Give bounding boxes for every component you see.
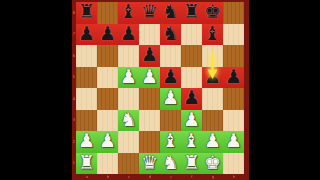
square-b5[interactable] xyxy=(97,67,118,89)
black-pawn: ♟ xyxy=(120,24,137,43)
square-a5[interactable] xyxy=(76,67,97,89)
black-pawn: ♟ xyxy=(225,67,242,86)
white-pawn: ♟ xyxy=(204,131,221,150)
chess-board[interactable]: ♜♝♛♞♜♚♟♟♟♞♝♟♟♟♟♟♟♟♟♞♟♟♟♝♝♟♟♜♛♞♜♚ xyxy=(76,2,244,174)
square-b3[interactable] xyxy=(97,110,118,132)
square-h6[interactable] xyxy=(223,45,244,67)
square-a6[interactable] xyxy=(76,45,97,67)
square-d4[interactable] xyxy=(139,88,160,110)
square-a2[interactable]: ♟ xyxy=(76,131,97,153)
square-b2[interactable]: ♟ xyxy=(97,131,118,153)
square-d5[interactable]: ♟ xyxy=(139,67,160,89)
black-knight: ♞ xyxy=(162,2,179,21)
square-e4[interactable]: ♟ xyxy=(160,88,181,110)
square-f7[interactable] xyxy=(181,24,202,46)
square-g5[interactable]: ♟ xyxy=(202,67,223,89)
white-knight: ♞ xyxy=(162,153,179,172)
white-queen: ♛ xyxy=(141,153,158,172)
file-label-f: f xyxy=(190,175,194,179)
white-bishop: ♝ xyxy=(183,131,200,150)
square-e5[interactable]: ♟ xyxy=(160,67,181,89)
white-pawn: ♟ xyxy=(183,110,200,129)
square-a3[interactable] xyxy=(76,110,97,132)
letterbox-left xyxy=(0,0,72,180)
letterbox-right xyxy=(249,0,320,180)
square-f2[interactable]: ♝ xyxy=(181,131,202,153)
square-g6[interactable] xyxy=(202,45,223,67)
square-f4[interactable]: ♟ xyxy=(181,88,202,110)
black-pawn: ♟ xyxy=(204,67,221,86)
black-king: ♚ xyxy=(204,2,221,21)
white-bishop: ♝ xyxy=(162,131,179,150)
square-c2[interactable] xyxy=(118,131,139,153)
square-a7[interactable]: ♟ xyxy=(76,24,97,46)
white-rook: ♜ xyxy=(78,153,95,172)
square-f3[interactable]: ♟ xyxy=(181,110,202,132)
square-e2[interactable]: ♝ xyxy=(160,131,181,153)
square-g4[interactable] xyxy=(202,88,223,110)
square-e3[interactable] xyxy=(160,110,181,132)
black-pawn: ♟ xyxy=(99,24,116,43)
square-c7[interactable]: ♟ xyxy=(118,24,139,46)
white-king: ♚ xyxy=(204,153,221,172)
file-label-c: c xyxy=(127,175,131,179)
chess-app-screen: ♜♝♛♞♜♚♟♟♟♞♝♟♟♟♟♟♟♟♟♞♟♟♟♝♝♟♟♜♛♞♜♚ 8765432… xyxy=(0,0,320,180)
square-h7[interactable] xyxy=(223,24,244,46)
file-label-g: g xyxy=(211,175,215,179)
square-f1[interactable]: ♜ xyxy=(181,153,202,175)
square-b1[interactable] xyxy=(97,153,118,175)
square-c5[interactable]: ♟ xyxy=(118,67,139,89)
black-queen: ♛ xyxy=(141,2,158,21)
square-d7[interactable] xyxy=(139,24,160,46)
square-g1[interactable]: ♚ xyxy=(202,153,223,175)
square-d8[interactable]: ♛ xyxy=(139,2,160,24)
square-c3[interactable]: ♞ xyxy=(118,110,139,132)
square-d6[interactable]: ♟ xyxy=(139,45,160,67)
square-a1[interactable]: ♜ xyxy=(76,153,97,175)
file-label-h: h xyxy=(232,175,236,179)
black-knight: ♞ xyxy=(162,24,179,43)
white-pawn: ♟ xyxy=(120,67,137,86)
square-g3[interactable] xyxy=(202,110,223,132)
white-rook: ♜ xyxy=(183,153,200,172)
square-h8[interactable] xyxy=(223,2,244,24)
black-rook: ♜ xyxy=(183,2,200,21)
square-c4[interactable] xyxy=(118,88,139,110)
square-c8[interactable]: ♝ xyxy=(118,2,139,24)
square-e1[interactable]: ♞ xyxy=(160,153,181,175)
white-pawn: ♟ xyxy=(99,131,116,150)
square-f5[interactable] xyxy=(181,67,202,89)
file-label-b: b xyxy=(106,175,110,179)
square-d1[interactable]: ♛ xyxy=(139,153,160,175)
square-d3[interactable] xyxy=(139,110,160,132)
square-f8[interactable]: ♜ xyxy=(181,2,202,24)
white-pawn: ♟ xyxy=(78,131,95,150)
square-g8[interactable]: ♚ xyxy=(202,2,223,24)
square-d2[interactable] xyxy=(139,131,160,153)
square-g2[interactable]: ♟ xyxy=(202,131,223,153)
white-pawn: ♟ xyxy=(225,131,242,150)
square-h1[interactable] xyxy=(223,153,244,175)
square-g7[interactable]: ♝ xyxy=(202,24,223,46)
file-label-d: d xyxy=(148,175,152,179)
file-label-e: e xyxy=(169,175,173,179)
white-knight: ♞ xyxy=(120,110,137,129)
file-label-a: a xyxy=(85,175,89,179)
square-b4[interactable] xyxy=(97,88,118,110)
square-b7[interactable]: ♟ xyxy=(97,24,118,46)
square-h3[interactable] xyxy=(223,110,244,132)
square-h4[interactable] xyxy=(223,88,244,110)
square-f6[interactable] xyxy=(181,45,202,67)
black-pawn: ♟ xyxy=(183,88,200,107)
square-h5[interactable]: ♟ xyxy=(223,67,244,89)
black-pawn: ♟ xyxy=(78,24,95,43)
square-b6[interactable] xyxy=(97,45,118,67)
square-c6[interactable] xyxy=(118,45,139,67)
black-pawn: ♟ xyxy=(141,45,158,64)
white-pawn: ♟ xyxy=(141,67,158,86)
black-bishop: ♝ xyxy=(120,2,137,21)
square-e6[interactable] xyxy=(160,45,181,67)
black-bishop: ♝ xyxy=(204,24,221,43)
square-a4[interactable] xyxy=(76,88,97,110)
chess-board-frame: ♜♝♛♞♜♚♟♟♟♞♝♟♟♟♟♟♟♟♟♞♟♟♟♝♝♟♟♜♛♞♜♚ 8765432… xyxy=(72,0,249,180)
square-c1[interactable] xyxy=(118,153,139,175)
white-pawn: ♟ xyxy=(162,88,179,107)
square-e7[interactable]: ♞ xyxy=(160,24,181,46)
square-h2[interactable]: ♟ xyxy=(223,131,244,153)
square-b8[interactable] xyxy=(97,2,118,24)
square-e8[interactable]: ♞ xyxy=(160,2,181,24)
black-pawn: ♟ xyxy=(162,67,179,86)
square-a8[interactable]: ♜ xyxy=(76,2,97,24)
black-rook: ♜ xyxy=(78,2,95,21)
